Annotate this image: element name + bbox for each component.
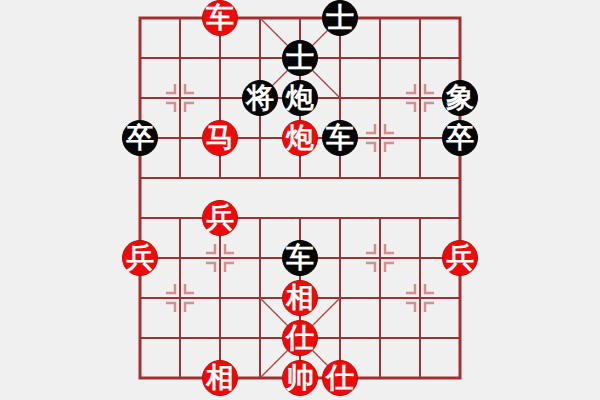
piece-black-advisor[interactable]: 士 xyxy=(322,0,358,36)
piece-black-soldier[interactable]: 卒 xyxy=(442,120,478,156)
piece-red-elephant[interactable]: 相 xyxy=(202,360,238,396)
piece-red-soldier[interactable]: 兵 xyxy=(202,200,238,236)
piece-red-soldier[interactable]: 兵 xyxy=(442,240,478,276)
piece-black-advisor[interactable]: 士 xyxy=(282,40,318,76)
piece-red-horse[interactable]: 马 xyxy=(202,120,238,156)
piece-red-general[interactable]: 帅 xyxy=(282,360,318,396)
piece-black-elephant[interactable]: 象 xyxy=(442,80,478,116)
piece-red-soldier[interactable]: 兵 xyxy=(122,240,158,276)
piece-layer: 车士士将炮象卒马炮车卒兵兵车兵相仕相帅仕 xyxy=(120,0,480,398)
piece-black-cannon[interactable]: 炮 xyxy=(282,80,318,116)
piece-red-advisor[interactable]: 仕 xyxy=(322,360,358,396)
piece-black-general[interactable]: 将 xyxy=(242,80,278,116)
piece-red-advisor[interactable]: 仕 xyxy=(282,320,318,356)
piece-black-chariot[interactable]: 车 xyxy=(322,120,358,156)
piece-black-soldier[interactable]: 卒 xyxy=(122,120,158,156)
piece-red-cannon[interactable]: 炮 xyxy=(282,120,318,156)
piece-black-chariot[interactable]: 车 xyxy=(282,240,318,276)
piece-red-elephant[interactable]: 相 xyxy=(282,280,318,316)
xiangqi-board: 车士士将炮象卒马炮车卒兵兵车兵相仕相帅仕 xyxy=(0,0,600,400)
piece-red-chariot[interactable]: 车 xyxy=(202,0,238,36)
